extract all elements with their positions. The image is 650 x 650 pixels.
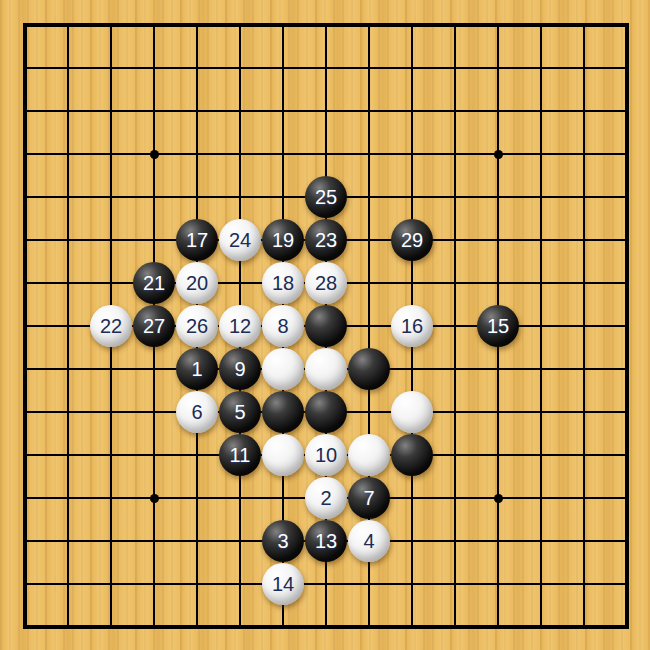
stone-black-setup-9-10	[391, 434, 433, 476]
move-number-label: 13	[315, 531, 337, 551]
stone-white-setup-6-8	[262, 348, 304, 390]
move-number-label: 10	[315, 445, 337, 465]
stone-black-move-7: 7	[348, 477, 390, 519]
stone-black-setup-6-9	[262, 391, 304, 433]
move-number-label: 9	[234, 359, 245, 379]
move-number-label: 22	[100, 316, 122, 336]
star-point-11-11	[494, 494, 503, 503]
move-number-label: 15	[487, 316, 509, 336]
stone-white-move-18: 18	[262, 262, 304, 304]
stone-white-move-4: 4	[348, 520, 390, 562]
stone-black-move-25: 25	[305, 176, 347, 218]
stone-black-setup-7-7	[305, 305, 347, 347]
stone-black-move-13: 13	[305, 520, 347, 562]
move-number-label: 11	[230, 445, 251, 465]
stone-white-move-6: 6	[176, 391, 218, 433]
move-number-label: 18	[272, 273, 294, 293]
stone-white-move-28: 28	[305, 262, 347, 304]
move-number-label: 24	[229, 230, 251, 250]
move-number-label: 7	[363, 488, 374, 508]
stone-white-setup-8-10	[348, 434, 390, 476]
star-point-3-11	[150, 494, 159, 503]
stone-white-move-22: 22	[90, 305, 132, 347]
grid-line-v-13	[583, 23, 585, 629]
move-number-label: 1	[191, 359, 202, 379]
move-number-label: 17	[186, 230, 208, 250]
move-number-label: 5	[234, 402, 245, 422]
stone-black-move-11: 11	[219, 434, 261, 476]
move-number-label: 4	[363, 531, 374, 551]
stone-black-move-9: 9	[219, 348, 261, 390]
move-number-label: 28	[315, 273, 337, 293]
star-point-3-3	[150, 150, 159, 159]
move-number-label: 25	[315, 187, 337, 207]
star-point-11-3	[494, 150, 503, 159]
stone-black-move-27: 27	[133, 305, 175, 347]
move-number-label: 3	[277, 531, 288, 551]
grid-line-h-13	[23, 583, 629, 585]
stone-black-move-17: 17	[176, 219, 218, 261]
grid-line-v-10	[454, 23, 456, 629]
stone-black-move-5: 5	[219, 391, 261, 433]
stone-white-move-24: 24	[219, 219, 261, 261]
stone-white-move-14: 14	[262, 563, 304, 605]
stone-white-move-26: 26	[176, 305, 218, 347]
move-number-label: 23	[315, 230, 337, 250]
move-number-label: 29	[401, 230, 423, 250]
stone-black-move-21: 21	[133, 262, 175, 304]
move-number-label: 26	[186, 316, 208, 336]
move-number-label: 21	[143, 273, 165, 293]
stone-black-move-15: 15	[477, 305, 519, 347]
move-number-label: 14	[272, 574, 294, 594]
grid-line-v-12	[540, 23, 542, 629]
stone-white-setup-9-9	[391, 391, 433, 433]
stone-white-setup-6-10	[262, 434, 304, 476]
stone-black-move-19: 19	[262, 219, 304, 261]
stone-white-move-16: 16	[391, 305, 433, 347]
stone-white-move-12: 12	[219, 305, 261, 347]
move-number-label: 20	[186, 273, 208, 293]
move-number-label: 16	[401, 316, 423, 336]
stone-white-move-20: 20	[176, 262, 218, 304]
move-number-label: 12	[229, 316, 251, 336]
stone-black-move-23: 23	[305, 219, 347, 261]
move-number-label: 8	[277, 316, 288, 336]
stone-white-setup-7-8	[305, 348, 347, 390]
stone-white-move-10: 10	[305, 434, 347, 476]
go-diagram-screen: 2517241923292120182822272612816151965111…	[0, 0, 650, 650]
stone-black-move-29: 29	[391, 219, 433, 261]
stone-black-move-1: 1	[176, 348, 218, 390]
stone-white-move-8: 8	[262, 305, 304, 347]
move-number-label: 19	[272, 230, 294, 250]
move-number-label: 27	[143, 316, 165, 336]
stone-black-setup-7-9	[305, 391, 347, 433]
stone-black-setup-8-8	[348, 348, 390, 390]
move-number-label: 2	[320, 488, 331, 508]
stone-black-move-3: 3	[262, 520, 304, 562]
move-number-label: 6	[191, 402, 202, 422]
stone-white-move-2: 2	[305, 477, 347, 519]
